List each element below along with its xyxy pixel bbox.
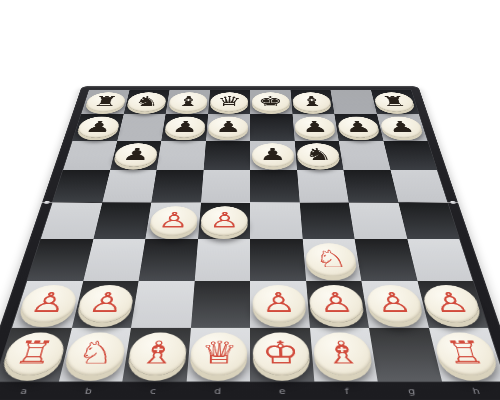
square-h1[interactable]: ♖ <box>428 328 500 382</box>
square-g4[interactable] <box>349 203 407 240</box>
square-d3[interactable] <box>194 239 250 280</box>
piece-glyph: ♞ <box>303 143 333 166</box>
file-label-a: a <box>0 386 57 396</box>
white-king-e1[interactable]: ♔ <box>253 333 311 376</box>
piece-glyph: ♛ <box>216 92 242 111</box>
square-h4[interactable] <box>398 203 459 240</box>
square-f2[interactable]: ♙ <box>306 281 369 328</box>
white-pawn-b2[interactable]: ♙ <box>75 285 135 322</box>
square-e7[interactable] <box>250 114 294 141</box>
square-g6[interactable] <box>339 141 390 170</box>
piece-glyph: ♟ <box>301 116 330 137</box>
white-queen-d1[interactable]: ♕ <box>189 333 247 376</box>
hinge-pin-right <box>450 201 456 204</box>
black-pawn-a7[interactable]: ♟ <box>75 117 121 138</box>
square-f1[interactable]: ♗ <box>309 328 377 382</box>
piece-glyph: ♙ <box>373 285 415 322</box>
black-pawn-f7[interactable]: ♟ <box>294 117 336 138</box>
square-f3[interactable]: ♘ <box>302 239 361 280</box>
file-label-e: e <box>250 386 315 396</box>
piece-glyph: ♟ <box>259 143 287 166</box>
black-king-e8[interactable]: ♚ <box>252 92 291 111</box>
square-b1[interactable]: ♘ <box>58 328 131 382</box>
hinge-pin-left <box>44 201 50 204</box>
square-e1[interactable]: ♔ <box>250 328 314 382</box>
square-a5[interactable] <box>53 170 110 203</box>
square-h6[interactable] <box>383 141 437 170</box>
square-d7[interactable]: ♟ <box>206 114 250 141</box>
black-pawn-c7[interactable]: ♟ <box>164 117 206 138</box>
square-c3[interactable] <box>139 239 198 280</box>
board-frame: ♜♞♝♛♚♝♜♟♟♟♟♟♟♟♟♞♙♙♘♙♙♙♙♙♙♖♘♗♕♔♗♖ abcdefg… <box>0 86 500 400</box>
white-pawn-e2[interactable]: ♙ <box>252 285 306 322</box>
piece-glyph: ♙ <box>261 285 297 322</box>
piece-glyph: ♟ <box>82 116 114 137</box>
black-bishop-c8[interactable]: ♝ <box>168 92 208 111</box>
file-label-d: d <box>185 386 250 396</box>
square-c8[interactable]: ♝ <box>166 90 210 114</box>
file-labels: abcdefgh <box>0 383 500 399</box>
piece-glyph: ♗ <box>136 332 178 375</box>
piece-glyph: ♙ <box>85 285 127 322</box>
white-pawn-g2[interactable]: ♙ <box>364 285 424 322</box>
white-pawn-f2[interactable]: ♙ <box>308 285 365 322</box>
board-grid: ♜♞♝♛♚♝♜♟♟♟♟♟♟♟♟♞♙♙♘♙♙♙♙♙♙♖♘♗♕♔♗♖ <box>0 90 500 382</box>
white-pawn-c4[interactable]: ♙ <box>148 206 198 235</box>
black-pawn-e6[interactable]: ♟ <box>252 143 295 166</box>
black-bishop-f8[interactable]: ♝ <box>292 92 332 111</box>
black-knight-f6[interactable]: ♞ <box>296 143 341 166</box>
white-pawn-d4[interactable]: ♙ <box>200 206 248 235</box>
piece-glyph: ♙ <box>156 206 190 235</box>
black-pawn-d7[interactable]: ♟ <box>208 117 248 138</box>
square-d5[interactable] <box>201 170 250 203</box>
square-h5[interactable] <box>390 170 447 203</box>
square-c1[interactable]: ♗ <box>122 328 190 382</box>
square-d1[interactable]: ♕ <box>186 328 250 382</box>
square-a6[interactable] <box>63 141 117 170</box>
square-b4[interactable] <box>93 203 151 240</box>
chessboard-photo: ♜♞♝♛♚♝♜♟♟♟♟♟♟♟♟♞♙♙♘♙♙♙♙♙♙♖♘♗♕♔♗♖ abcdefg… <box>0 0 500 400</box>
piece-glyph: ♟ <box>343 116 373 137</box>
piece-glyph: ♝ <box>174 92 201 111</box>
piece-glyph: ♙ <box>208 206 240 235</box>
square-e4[interactable] <box>250 203 302 240</box>
square-e5[interactable] <box>250 170 299 203</box>
white-rook-a1[interactable]: ♖ <box>0 333 68 376</box>
piece-glyph: ♙ <box>26 285 71 322</box>
square-a8[interactable]: ♜ <box>81 90 129 114</box>
square-h2[interactable]: ♙ <box>417 281 488 328</box>
file-label-f: f <box>314 386 380 396</box>
square-f8[interactable]: ♝ <box>290 90 334 114</box>
piece-glyph: ♟ <box>215 116 242 137</box>
square-d6[interactable] <box>203 141 250 170</box>
square-c4[interactable]: ♙ <box>145 203 200 240</box>
piece-glyph: ♙ <box>317 285 356 322</box>
square-d2[interactable] <box>191 281 250 328</box>
square-g8[interactable] <box>330 90 376 114</box>
white-knight-b1[interactable]: ♘ <box>63 333 128 376</box>
black-pawn-h7[interactable]: ♟ <box>379 117 425 138</box>
square-c6[interactable] <box>157 141 206 170</box>
black-queen-d8[interactable]: ♛ <box>210 92 249 111</box>
square-h3[interactable] <box>407 239 473 280</box>
white-bishop-f1[interactable]: ♗ <box>312 333 374 376</box>
black-knight-b8[interactable]: ♞ <box>126 92 168 111</box>
square-b5[interactable] <box>102 170 157 203</box>
square-c2[interactable] <box>131 281 194 328</box>
square-f7[interactable]: ♟ <box>292 114 338 141</box>
square-a4[interactable] <box>41 203 102 240</box>
square-f6[interactable]: ♞ <box>294 141 343 170</box>
piece-glyph: ♖ <box>9 332 58 375</box>
black-pawn-b6[interactable]: ♟ <box>113 143 159 166</box>
piece-glyph: ♖ <box>441 332 490 375</box>
square-f5[interactable] <box>297 170 349 203</box>
white-rook-h1[interactable]: ♖ <box>432 333 500 376</box>
piece-glyph: ♕ <box>199 332 238 375</box>
square-b3[interactable] <box>83 239 145 280</box>
piece-glyph: ♚ <box>258 92 284 111</box>
square-e2[interactable]: ♙ <box>250 281 309 328</box>
black-rook-h8[interactable]: ♜ <box>373 92 416 111</box>
square-f4[interactable] <box>299 203 354 240</box>
file-label-c: c <box>120 386 186 396</box>
square-a7[interactable]: ♟ <box>73 114 124 141</box>
square-b8[interactable]: ♞ <box>123 90 169 114</box>
piece-glyph: ♞ <box>132 92 161 111</box>
square-h8[interactable]: ♜ <box>371 90 419 114</box>
white-pawn-a2[interactable]: ♙ <box>16 285 79 322</box>
square-g7[interactable]: ♟ <box>334 114 383 141</box>
file-label-g: g <box>378 386 445 396</box>
piece-glyph: ♝ <box>298 92 325 111</box>
square-g5[interactable] <box>343 170 398 203</box>
white-knight-f3[interactable]: ♘ <box>305 243 358 276</box>
piece-glyph: ♙ <box>429 285 474 322</box>
black-rook-a8[interactable]: ♜ <box>84 92 127 111</box>
square-h7[interactable]: ♟ <box>377 114 428 141</box>
square-e3[interactable] <box>250 239 306 280</box>
square-a3[interactable] <box>27 239 93 280</box>
square-d8[interactable]: ♛ <box>208 90 250 114</box>
piece-glyph: ♟ <box>386 116 418 137</box>
square-b6[interactable]: ♟ <box>110 141 161 170</box>
square-d4[interactable]: ♙ <box>198 203 250 240</box>
piece-glyph: ♟ <box>120 143 152 166</box>
white-bishop-c1[interactable]: ♗ <box>126 333 188 376</box>
square-c5[interactable] <box>151 170 203 203</box>
piece-glyph: ♜ <box>91 92 121 111</box>
piece-glyph: ♟ <box>171 116 200 137</box>
piece-glyph: ♘ <box>313 243 349 276</box>
square-e6[interactable]: ♟ <box>250 141 297 170</box>
white-pawn-h2[interactable]: ♙ <box>420 285 483 322</box>
black-pawn-g7[interactable]: ♟ <box>337 117 381 138</box>
piece-glyph: ♜ <box>379 92 409 111</box>
square-e8[interactable]: ♚ <box>250 90 292 114</box>
square-b2[interactable]: ♙ <box>72 281 139 328</box>
square-c7[interactable]: ♟ <box>161 114 207 141</box>
file-label-b: b <box>55 386 122 396</box>
piece-glyph: ♔ <box>262 332 301 375</box>
piece-glyph: ♗ <box>322 332 364 375</box>
file-label-h: h <box>443 386 500 396</box>
square-b7[interactable] <box>117 114 166 141</box>
piece-glyph: ♘ <box>73 332 119 375</box>
